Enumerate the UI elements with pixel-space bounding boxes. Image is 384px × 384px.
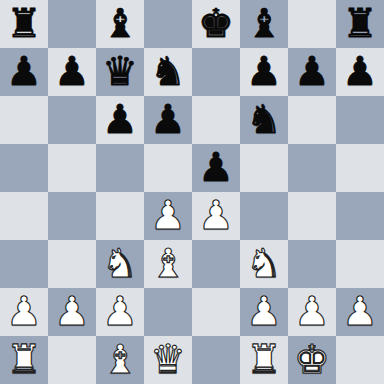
square-a1[interactable]: ♜ [0, 336, 48, 384]
white-knight[interactable]: ♞ [246, 243, 282, 285]
square-d1[interactable]: ♛ [144, 336, 192, 384]
square-e4[interactable]: ♟ [192, 192, 240, 240]
square-g4[interactable] [288, 192, 336, 240]
square-a7[interactable]: ♟ [0, 48, 48, 96]
white-pawn[interactable]: ♟ [342, 291, 378, 333]
square-d5[interactable] [144, 144, 192, 192]
square-d6[interactable]: ♟ [144, 96, 192, 144]
white-pawn[interactable]: ♟ [6, 291, 42, 333]
square-f4[interactable] [240, 192, 288, 240]
square-b5[interactable] [48, 144, 96, 192]
white-king[interactable]: ♚ [294, 339, 330, 381]
square-g7[interactable]: ♟ [288, 48, 336, 96]
square-h3[interactable] [336, 240, 384, 288]
black-king[interactable]: ♚ [198, 3, 234, 45]
square-f1[interactable]: ♜ [240, 336, 288, 384]
square-g6[interactable] [288, 96, 336, 144]
square-f2[interactable]: ♟ [240, 288, 288, 336]
square-e8[interactable]: ♚ [192, 0, 240, 48]
square-c3[interactable]: ♞ [96, 240, 144, 288]
black-pawn[interactable]: ♟ [6, 51, 42, 93]
black-pawn[interactable]: ♟ [342, 51, 378, 93]
black-pawn[interactable]: ♟ [198, 147, 234, 189]
black-knight[interactable]: ♞ [246, 99, 282, 141]
square-a5[interactable] [0, 144, 48, 192]
square-a3[interactable] [0, 240, 48, 288]
square-e3[interactable] [192, 240, 240, 288]
black-rook[interactable]: ♜ [6, 3, 42, 45]
square-a6[interactable] [0, 96, 48, 144]
square-e2[interactable] [192, 288, 240, 336]
square-g1[interactable]: ♚ [288, 336, 336, 384]
square-f6[interactable]: ♞ [240, 96, 288, 144]
square-a4[interactable] [0, 192, 48, 240]
square-c5[interactable] [96, 144, 144, 192]
black-queen[interactable]: ♛ [102, 51, 138, 93]
black-pawn[interactable]: ♟ [102, 99, 138, 141]
square-h8[interactable]: ♜ [336, 0, 384, 48]
white-pawn[interactable]: ♟ [54, 291, 90, 333]
square-b7[interactable]: ♟ [48, 48, 96, 96]
square-h6[interactable] [336, 96, 384, 144]
square-d3[interactable]: ♝ [144, 240, 192, 288]
square-c7[interactable]: ♛ [96, 48, 144, 96]
white-pawn[interactable]: ♟ [198, 195, 234, 237]
black-bishop[interactable]: ♝ [102, 3, 138, 45]
black-pawn[interactable]: ♟ [54, 51, 90, 93]
square-f5[interactable] [240, 144, 288, 192]
white-rook[interactable]: ♜ [246, 339, 282, 381]
black-pawn[interactable]: ♟ [246, 51, 282, 93]
square-b1[interactable] [48, 336, 96, 384]
square-f3[interactable]: ♞ [240, 240, 288, 288]
square-b4[interactable] [48, 192, 96, 240]
square-e6[interactable] [192, 96, 240, 144]
square-d2[interactable] [144, 288, 192, 336]
white-pawn[interactable]: ♟ [102, 291, 138, 333]
square-c4[interactable] [96, 192, 144, 240]
square-e5[interactable]: ♟ [192, 144, 240, 192]
square-a2[interactable]: ♟ [0, 288, 48, 336]
black-bishop[interactable]: ♝ [246, 3, 282, 45]
square-b2[interactable]: ♟ [48, 288, 96, 336]
square-h1[interactable] [336, 336, 384, 384]
square-d7[interactable]: ♞ [144, 48, 192, 96]
square-b8[interactable] [48, 0, 96, 48]
white-pawn[interactable]: ♟ [246, 291, 282, 333]
white-bishop[interactable]: ♝ [102, 339, 138, 381]
square-g2[interactable]: ♟ [288, 288, 336, 336]
square-c2[interactable]: ♟ [96, 288, 144, 336]
square-h4[interactable] [336, 192, 384, 240]
black-pawn[interactable]: ♟ [150, 99, 186, 141]
black-pawn[interactable]: ♟ [294, 51, 330, 93]
black-knight[interactable]: ♞ [150, 51, 186, 93]
square-h7[interactable]: ♟ [336, 48, 384, 96]
white-pawn[interactable]: ♟ [294, 291, 330, 333]
square-h5[interactable] [336, 144, 384, 192]
square-c1[interactable]: ♝ [96, 336, 144, 384]
square-c8[interactable]: ♝ [96, 0, 144, 48]
square-g8[interactable] [288, 0, 336, 48]
black-rook[interactable]: ♜ [342, 3, 378, 45]
square-c6[interactable]: ♟ [96, 96, 144, 144]
square-d8[interactable] [144, 0, 192, 48]
square-a8[interactable]: ♜ [0, 0, 48, 48]
square-e7[interactable] [192, 48, 240, 96]
square-f8[interactable]: ♝ [240, 0, 288, 48]
square-f7[interactable]: ♟ [240, 48, 288, 96]
square-d4[interactable]: ♟ [144, 192, 192, 240]
white-rook[interactable]: ♜ [6, 339, 42, 381]
square-e1[interactable] [192, 336, 240, 384]
square-g5[interactable] [288, 144, 336, 192]
white-knight[interactable]: ♞ [102, 243, 138, 285]
square-b6[interactable] [48, 96, 96, 144]
square-b3[interactable] [48, 240, 96, 288]
white-pawn[interactable]: ♟ [150, 195, 186, 237]
chess-board: ♜♝♚♝♜♟♟♛♞♟♟♟♟♟♞♟♟♟♞♝♞♟♟♟♟♟♟♜♝♛♜♚ [0, 0, 384, 384]
white-bishop[interactable]: ♝ [150, 243, 186, 285]
white-queen[interactable]: ♛ [150, 339, 186, 381]
square-h2[interactable]: ♟ [336, 288, 384, 336]
square-g3[interactable] [288, 240, 336, 288]
